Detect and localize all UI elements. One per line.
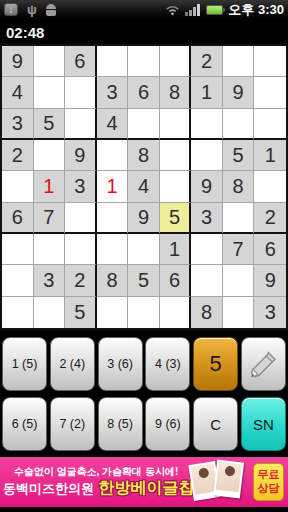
cell-r9c7[interactable]: 8 xyxy=(191,297,223,328)
cell-r1c6[interactable] xyxy=(160,46,192,77)
cell-r3c2[interactable]: 5 xyxy=(34,109,66,140)
wifi-icon xyxy=(165,4,180,16)
key-5[interactable]: 5 xyxy=(193,337,238,391)
cell-r1c5[interactable] xyxy=(128,46,160,77)
key-1[interactable]: 1 (5) xyxy=(2,337,47,391)
cell-r8c6[interactable]: 6 xyxy=(160,265,192,296)
key-2[interactable]: 2 (4) xyxy=(50,337,95,391)
cell-r5c7[interactable]: 9 xyxy=(191,171,223,202)
cell-r1c1[interactable]: 9 xyxy=(2,46,34,77)
cell-r8c2[interactable]: 3 xyxy=(34,265,66,296)
cell-r9c8[interactable] xyxy=(223,297,255,328)
cell-r8c5[interactable]: 5 xyxy=(128,265,160,296)
cell-r7c1[interactable] xyxy=(2,234,34,265)
cell-r2c2[interactable] xyxy=(34,77,66,108)
status-bar: ↓ ψ 오후 3:30 xyxy=(0,0,288,20)
ad-text: 수술없이 얼굴축소, 가슴확대 동시에! 동백미즈한의원 한방베이글칩 xyxy=(3,466,189,499)
cell-r5c9[interactable] xyxy=(254,171,286,202)
cell-r6c1[interactable]: 6 xyxy=(2,203,34,234)
cell-r6c8[interactable] xyxy=(223,203,255,234)
clock-label: 오후 3:30 xyxy=(228,1,284,19)
keypad-row-2: 6 (5) 7 (2) 8 (5) 9 (6) C SN xyxy=(0,397,288,451)
cell-r8c9[interactable]: 9 xyxy=(254,265,286,296)
ad-photos xyxy=(189,459,251,505)
cell-r9c6[interactable] xyxy=(160,297,192,328)
cell-r8c7[interactable] xyxy=(191,265,223,296)
cell-r8c4[interactable]: 8 xyxy=(97,265,129,296)
cell-r7c7[interactable] xyxy=(191,234,223,265)
cta-line-2: 상담 xyxy=(258,482,280,496)
cell-r4c9[interactable]: 1 xyxy=(254,140,286,171)
cell-r7c8[interactable]: 7 xyxy=(223,234,255,265)
sudoku-grid: 9624368193542985113149867953217632856958… xyxy=(0,44,288,330)
keypad-row-1: 1 (5) 2 (4) 3 (6) 4 (3) 5 xyxy=(0,337,288,391)
cell-r6c2[interactable]: 7 xyxy=(34,203,66,234)
key-7[interactable]: 7 (2) xyxy=(50,397,95,451)
cell-r1c9[interactable] xyxy=(254,46,286,77)
cell-r9c2[interactable] xyxy=(34,297,66,328)
cell-r4c3[interactable]: 9 xyxy=(65,140,97,171)
ad-headline: 수술없이 얼굴축소, 가슴확대 동시에! xyxy=(3,466,189,479)
cell-r1c2[interactable] xyxy=(34,46,66,77)
cell-r9c3[interactable]: 5 xyxy=(65,297,97,328)
cell-r4c4[interactable] xyxy=(97,140,129,171)
cell-r9c5[interactable] xyxy=(128,297,160,328)
cell-r4c2[interactable] xyxy=(34,140,66,171)
cell-r5c5[interactable]: 4 xyxy=(128,171,160,202)
sn-button[interactable]: SN xyxy=(241,397,286,451)
cell-r1c3[interactable]: 6 xyxy=(65,46,97,77)
cell-r8c1[interactable] xyxy=(2,265,34,296)
cell-r4c5[interactable]: 8 xyxy=(128,140,160,171)
cell-r4c8[interactable]: 5 xyxy=(223,140,255,171)
cell-r7c4[interactable] xyxy=(97,234,129,265)
cell-r3c1[interactable]: 3 xyxy=(2,109,34,140)
cell-r7c3[interactable] xyxy=(65,234,97,265)
cell-r5c6[interactable] xyxy=(160,171,192,202)
cell-r4c7[interactable] xyxy=(191,140,223,171)
cell-r2c3[interactable] xyxy=(65,77,97,108)
cell-r7c6[interactable]: 1 xyxy=(160,234,192,265)
cell-r4c6[interactable] xyxy=(160,140,192,171)
key-3[interactable]: 3 (6) xyxy=(98,337,143,391)
cell-r2c4[interactable]: 3 xyxy=(97,77,129,108)
cell-r5c4[interactable]: 1 xyxy=(97,171,129,202)
cell-r5c8[interactable]: 8 xyxy=(223,171,255,202)
cell-r7c2[interactable] xyxy=(34,234,66,265)
cell-r6c5[interactable]: 9 xyxy=(128,203,160,234)
cell-r1c7[interactable]: 2 xyxy=(191,46,223,77)
cell-r3c3[interactable] xyxy=(65,109,97,140)
download-icon: ↓ xyxy=(4,3,18,16)
cell-r3c9[interactable] xyxy=(254,109,286,140)
ad-photo-2 xyxy=(213,459,244,498)
cell-r3c7[interactable] xyxy=(191,109,223,140)
cell-r2c5[interactable]: 6 xyxy=(128,77,160,108)
pencil-button[interactable] xyxy=(241,337,286,391)
cell-r2c1[interactable]: 4 xyxy=(2,77,34,108)
cell-r4c1[interactable]: 2 xyxy=(2,140,34,171)
timer-label: 02:48 xyxy=(6,24,44,41)
ad-product-name: 한방베이글칩 xyxy=(98,479,194,496)
cell-r6c7[interactable]: 3 xyxy=(191,203,223,234)
signal-icon xyxy=(185,4,201,16)
cell-r3c8[interactable] xyxy=(223,109,255,140)
cell-r8c8[interactable] xyxy=(223,265,255,296)
key-6[interactable]: 6 (5) xyxy=(2,397,47,451)
key-8[interactable]: 8 (5) xyxy=(98,397,143,451)
cell-r9c1[interactable] xyxy=(2,297,34,328)
cell-r6c3[interactable] xyxy=(65,203,97,234)
cell-r2c6[interactable]: 8 xyxy=(160,77,192,108)
ad-clinic-name: 동백미즈한의원 xyxy=(3,481,94,496)
clear-button[interactable]: C xyxy=(193,397,238,451)
cell-r3c6[interactable] xyxy=(160,109,192,140)
timer-bar: 02:48 xyxy=(0,20,288,44)
cell-r9c9[interactable]: 3 xyxy=(254,297,286,328)
cell-r7c5[interactable] xyxy=(128,234,160,265)
cell-r3c4[interactable]: 4 xyxy=(97,109,129,140)
key-4[interactable]: 4 (3) xyxy=(145,337,190,391)
cell-r6c4[interactable] xyxy=(97,203,129,234)
ad-banner[interactable]: 수술없이 얼굴축소, 가슴확대 동시에! 동백미즈한의원 한방베이글칩 무료 상… xyxy=(0,457,288,507)
cell-r5c1[interactable] xyxy=(2,171,34,202)
cell-r6c9[interactable]: 2 xyxy=(254,203,286,234)
cell-r9c4[interactable] xyxy=(97,297,129,328)
key-9[interactable]: 9 (6) xyxy=(145,397,190,451)
cell-r1c8[interactable] xyxy=(223,46,255,77)
cell-r6c6[interactable]: 5 xyxy=(160,203,192,234)
usb-icon: ψ xyxy=(27,3,37,16)
cta-line-1: 무료 xyxy=(258,468,280,482)
free-consult-button[interactable]: 무료 상담 xyxy=(253,463,284,501)
battery-icon xyxy=(206,5,223,15)
cell-r5c3[interactable]: 3 xyxy=(65,171,97,202)
cell-r1c4[interactable] xyxy=(97,46,129,77)
cell-r8c3[interactable]: 2 xyxy=(65,265,97,296)
cell-r5c2[interactable]: 1 xyxy=(34,171,66,202)
cell-r2c8[interactable]: 9 xyxy=(223,77,255,108)
cell-r7c9[interactable]: 6 xyxy=(254,234,286,265)
android-icon xyxy=(46,4,56,16)
cell-r2c7[interactable]: 1 xyxy=(191,77,223,108)
cell-r3c5[interactable] xyxy=(128,109,160,140)
pencil-icon xyxy=(247,348,279,380)
cell-r2c9[interactable] xyxy=(254,77,286,108)
